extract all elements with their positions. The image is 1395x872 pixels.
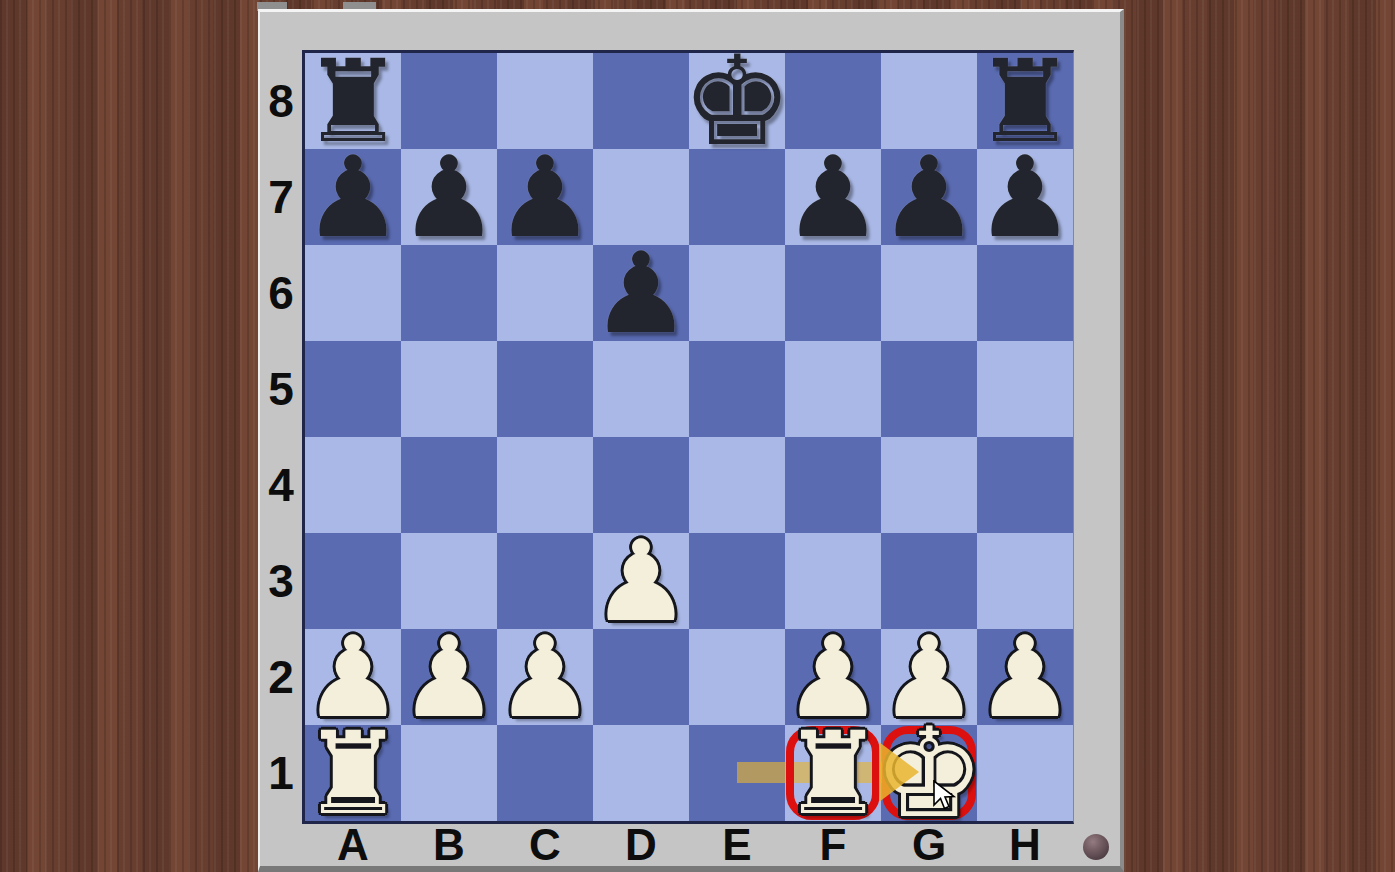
square-a2[interactable]: ♟ [305,629,401,725]
file-label-h: H [977,823,1073,867]
square-c6[interactable] [497,245,593,341]
square-c4[interactable] [497,437,593,533]
square-f1[interactable]: ♜ [785,725,881,821]
black-pawn[interactable]: ♟ [497,149,593,245]
file-label-b: B [401,823,497,867]
square-a4[interactable] [305,437,401,533]
black-pawn[interactable]: ♟ [881,149,977,245]
rank-label-3: 3 [260,533,302,629]
square-e6[interactable] [689,245,785,341]
square-e7[interactable] [689,149,785,245]
black-rook[interactable]: ♜ [977,53,1073,149]
rank-label-7: 7 [260,149,302,245]
square-d7[interactable] [593,149,689,245]
square-h3[interactable] [977,533,1073,629]
white-pawn[interactable]: ♟ [305,629,401,725]
white-rook[interactable]: ♜ [785,725,881,821]
square-f3[interactable] [785,533,881,629]
square-a6[interactable] [305,245,401,341]
square-b7[interactable]: ♟ [401,149,497,245]
square-a5[interactable] [305,341,401,437]
square-e4[interactable] [689,437,785,533]
square-g6[interactable] [881,245,977,341]
square-b6[interactable] [401,245,497,341]
square-h4[interactable] [977,437,1073,533]
square-a1[interactable]: ♜ [305,725,401,821]
square-c1[interactable] [497,725,593,821]
square-f2[interactable]: ♟ [785,629,881,725]
square-d1[interactable] [593,725,689,821]
square-d8[interactable] [593,53,689,149]
highlight-f1 [786,726,880,820]
file-label-a: A [305,823,401,867]
square-c3[interactable] [497,533,593,629]
square-e2[interactable] [689,629,785,725]
square-d2[interactable] [593,629,689,725]
square-g7[interactable]: ♟ [881,149,977,245]
file-label-d: D [593,823,689,867]
square-d6[interactable]: ♟ [593,245,689,341]
square-h7[interactable]: ♟ [977,149,1073,245]
square-g1[interactable]: ♚ [881,725,977,821]
square-h5[interactable] [977,341,1073,437]
highlight-g1 [882,726,976,820]
square-h2[interactable]: ♟ [977,629,1073,725]
indicator-ball[interactable] [1083,834,1109,860]
square-h8[interactable]: ♜ [977,53,1073,149]
square-d3[interactable]: ♟ [593,533,689,629]
white-pawn[interactable]: ♟ [593,533,689,629]
black-pawn[interactable]: ♟ [977,149,1073,245]
white-pawn[interactable]: ♟ [401,629,497,725]
white-pawn[interactable]: ♟ [497,629,593,725]
black-pawn[interactable]: ♟ [305,149,401,245]
square-a7[interactable]: ♟ [305,149,401,245]
white-pawn[interactable]: ♟ [785,629,881,725]
white-pawn[interactable]: ♟ [881,629,977,725]
black-king[interactable]: ♚ [689,53,785,149]
black-pawn[interactable]: ♟ [785,149,881,245]
square-f8[interactable] [785,53,881,149]
rank-label-2: 2 [260,629,302,725]
square-b4[interactable] [401,437,497,533]
black-pawn[interactable]: ♟ [593,245,689,341]
board: ♜♚♜♟♟♟♟♟♟♟♟♟♟♟♟♟♟♜♜♚ [302,50,1074,824]
square-f7[interactable]: ♟ [785,149,881,245]
file-label-c: C [497,823,593,867]
file-label-g: G [881,823,977,867]
square-e8[interactable]: ♚ [689,53,785,149]
square-g2[interactable]: ♟ [881,629,977,725]
square-b5[interactable] [401,341,497,437]
black-rook[interactable]: ♜ [305,53,401,149]
square-g4[interactable] [881,437,977,533]
square-d4[interactable] [593,437,689,533]
square-g5[interactable] [881,341,977,437]
square-f6[interactable] [785,245,881,341]
square-g3[interactable] [881,533,977,629]
square-e1[interactable] [689,725,785,821]
white-king[interactable]: ♚ [881,725,977,821]
square-h1[interactable] [977,725,1073,821]
square-a3[interactable] [305,533,401,629]
rank-label-1: 1 [260,725,302,821]
rank-label-8: 8 [260,53,302,149]
white-rook[interactable]: ♜ [305,725,401,821]
file-label-e: E [689,823,785,867]
square-c8[interactable] [497,53,593,149]
square-c7[interactable]: ♟ [497,149,593,245]
square-f4[interactable] [785,437,881,533]
square-b1[interactable] [401,725,497,821]
square-d5[interactable] [593,341,689,437]
square-g8[interactable] [881,53,977,149]
square-c5[interactable] [497,341,593,437]
square-h6[interactable] [977,245,1073,341]
rank-label-5: 5 [260,341,302,437]
white-pawn[interactable]: ♟ [977,629,1073,725]
square-e5[interactable] [689,341,785,437]
rank-label-6: 6 [260,245,302,341]
square-c2[interactable]: ♟ [497,629,593,725]
file-label-f: F [785,823,881,867]
rank-label-4: 4 [260,437,302,533]
chess-app-window: ♜♚♜♟♟♟♟♟♟♟♟♟♟♟♟♟♟♜♜♚ 87654321 ABCDEFGH [0,0,1395,872]
square-f5[interactable] [785,341,881,437]
square-b2[interactable]: ♟ [401,629,497,725]
square-b3[interactable] [401,533,497,629]
square-b8[interactable] [401,53,497,149]
square-a8[interactable]: ♜ [305,53,401,149]
square-e3[interactable] [689,533,785,629]
black-pawn[interactable]: ♟ [401,149,497,245]
